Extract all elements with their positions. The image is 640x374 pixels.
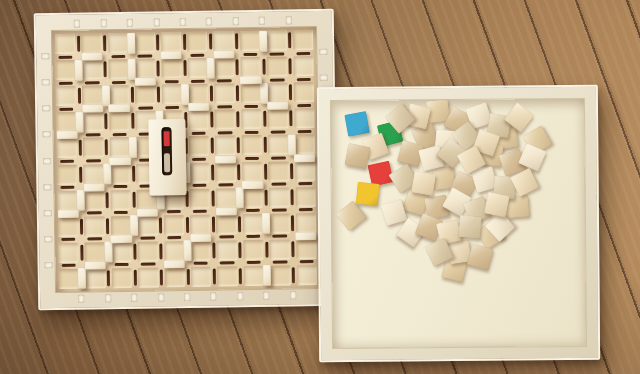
wall-slot[interactable] xyxy=(61,238,75,241)
wall-slot[interactable] xyxy=(103,35,106,51)
maze-cell xyxy=(240,31,261,51)
maze-cell xyxy=(83,164,104,184)
wall-piece[interactable] xyxy=(134,78,156,86)
wood-tile[interactable] xyxy=(484,192,510,218)
wall-slot[interactable] xyxy=(132,191,135,207)
wall-slot[interactable] xyxy=(114,263,128,266)
maze-cell xyxy=(111,216,132,236)
wall-piece[interactable] xyxy=(260,82,268,103)
maze-cell xyxy=(215,110,236,130)
wall-piece[interactable] xyxy=(129,137,137,158)
wall-slot[interactable] xyxy=(131,87,134,103)
wall-slot[interactable] xyxy=(211,190,214,206)
maze-cell xyxy=(111,242,132,262)
maze-cell xyxy=(135,59,156,79)
wall-slot[interactable] xyxy=(165,106,179,109)
wall-piece[interactable] xyxy=(102,85,110,106)
frame-notch xyxy=(285,16,291,24)
maze-cell xyxy=(161,58,182,78)
wall-slot[interactable] xyxy=(236,85,239,101)
frame-notch xyxy=(206,18,212,26)
maze-cell xyxy=(164,241,185,261)
wall-slot[interactable] xyxy=(156,34,159,50)
wall-piece[interactable] xyxy=(82,105,104,113)
maze-cell xyxy=(81,33,102,53)
wall-slot[interactable] xyxy=(244,131,258,134)
wall-slot[interactable] xyxy=(211,164,214,180)
maze-cell xyxy=(59,269,80,289)
frame-notch xyxy=(42,105,50,111)
maze-cell xyxy=(163,215,184,235)
frame-notch xyxy=(127,19,133,27)
frame-notch xyxy=(43,184,51,190)
wall-slot[interactable] xyxy=(183,34,186,50)
frame-notch xyxy=(319,49,327,55)
wall-piece[interactable] xyxy=(109,156,131,164)
wall-slot[interactable] xyxy=(288,32,291,48)
maze-cell xyxy=(55,60,76,80)
maze-cell xyxy=(56,112,77,132)
wall-slot[interactable] xyxy=(212,242,215,258)
wall-slot[interactable] xyxy=(79,166,82,182)
maze-cell xyxy=(241,83,262,103)
wall-slot[interactable] xyxy=(78,88,81,104)
maze-cell xyxy=(242,187,263,207)
maze-cell xyxy=(215,162,236,182)
wall-piece[interactable] xyxy=(190,233,212,241)
yellow-tile[interactable] xyxy=(356,181,380,205)
wall-slot[interactable] xyxy=(298,182,312,185)
maze-cell xyxy=(82,85,103,105)
wall-slot[interactable] xyxy=(80,244,83,260)
maze-cell xyxy=(85,268,106,288)
maze-cell xyxy=(190,214,211,234)
wood-tile[interactable] xyxy=(466,243,493,270)
wall-slot[interactable] xyxy=(289,58,292,74)
maze-cell xyxy=(110,163,131,183)
frame-notch xyxy=(41,53,49,59)
wall-slot[interactable] xyxy=(273,261,287,264)
wall-slot[interactable] xyxy=(244,105,258,108)
wall-slot[interactable] xyxy=(191,79,205,82)
wall-piece[interactable] xyxy=(127,32,135,53)
wall-slot[interactable] xyxy=(166,210,180,213)
wall-slot[interactable] xyxy=(105,114,108,130)
frame-notch xyxy=(43,158,51,164)
maze-cell xyxy=(55,34,76,54)
wall-piece[interactable] xyxy=(104,241,112,262)
maze-cell xyxy=(161,32,182,52)
wall-slot[interactable] xyxy=(263,137,266,153)
wall-piece[interactable] xyxy=(76,111,84,132)
maze-cell xyxy=(217,266,238,286)
tray-base xyxy=(330,98,587,349)
maze-cell xyxy=(214,83,235,103)
wall-slot[interactable] xyxy=(85,81,99,84)
maze-cell xyxy=(293,30,314,50)
wall-slot[interactable] xyxy=(265,242,268,258)
wall-slot[interactable] xyxy=(290,163,293,179)
wood-tile[interactable] xyxy=(411,170,436,195)
maze-cell xyxy=(217,240,238,260)
maze-cell xyxy=(293,56,314,76)
wall-slot[interactable] xyxy=(105,140,108,156)
maze-cell xyxy=(243,213,264,233)
wall-slot[interactable] xyxy=(183,60,186,76)
frame-notch xyxy=(290,291,296,299)
wall-slot[interactable] xyxy=(217,79,231,82)
maze-cell xyxy=(243,266,264,286)
maze-cell xyxy=(135,85,156,105)
wall-piece[interactable] xyxy=(57,209,79,217)
wall-slot[interactable] xyxy=(291,215,294,231)
wall-piece[interactable] xyxy=(295,232,317,240)
maze-cell xyxy=(83,138,104,158)
wall-piece[interactable] xyxy=(263,265,271,286)
wall-slot[interactable] xyxy=(159,243,162,259)
wall-slot[interactable] xyxy=(87,212,101,215)
wall-slot[interactable] xyxy=(291,241,294,257)
wall-piece[interactable] xyxy=(207,57,215,78)
wall-slot[interactable] xyxy=(132,165,135,181)
maze-cell xyxy=(187,58,208,78)
wall-piece[interactable] xyxy=(81,52,103,60)
maze-cell xyxy=(188,84,209,104)
frame-notch xyxy=(43,132,51,138)
maze-cell xyxy=(267,109,288,129)
wall-slot[interactable] xyxy=(291,189,294,205)
wall-piece[interactable] xyxy=(213,50,235,58)
maze-cell xyxy=(296,265,317,285)
frame-notch xyxy=(158,293,164,301)
maze-cell xyxy=(268,161,289,181)
maze-cell xyxy=(189,188,210,208)
wall-slot[interactable] xyxy=(297,130,311,133)
maze-cell xyxy=(57,164,78,184)
maze-cell xyxy=(293,82,314,102)
wall-slot[interactable] xyxy=(58,55,72,58)
frame-notch xyxy=(101,19,107,27)
wall-slot[interactable] xyxy=(245,157,259,160)
frame-notch xyxy=(42,79,50,85)
wall-slot[interactable] xyxy=(298,208,312,211)
wall-slot[interactable] xyxy=(272,235,286,238)
wall-piece[interactable] xyxy=(183,240,191,261)
maze-cell xyxy=(108,59,129,79)
goal-tower[interactable] xyxy=(148,119,186,196)
wall-slot[interactable] xyxy=(239,268,242,284)
wall-piece[interactable] xyxy=(130,215,138,236)
wall-slot[interactable] xyxy=(264,163,267,179)
wall-slot[interactable] xyxy=(60,160,74,163)
wall-piece[interactable] xyxy=(83,183,105,191)
frame-notch xyxy=(233,17,239,25)
wood-tile[interactable] xyxy=(335,200,366,231)
scene xyxy=(0,0,640,374)
wall-slot[interactable] xyxy=(237,111,240,127)
wall-slot[interactable] xyxy=(289,85,292,101)
maze-cell xyxy=(216,188,237,208)
wall-slot[interactable] xyxy=(192,132,206,135)
wall-piece[interactable] xyxy=(128,58,136,79)
wall-slot[interactable] xyxy=(186,269,189,285)
wall-slot[interactable] xyxy=(246,209,260,212)
tile-tray xyxy=(317,85,600,362)
blue-tile[interactable] xyxy=(344,111,370,137)
maze-cell xyxy=(190,240,211,260)
wall-slot[interactable] xyxy=(79,140,82,156)
wall-slot[interactable] xyxy=(297,104,311,107)
maze-cell xyxy=(161,84,182,104)
maze-cell xyxy=(109,85,130,105)
wall-piece[interactable] xyxy=(294,153,316,161)
maze-cell xyxy=(188,110,209,130)
wall-piece[interactable] xyxy=(110,235,132,243)
wall-slot[interactable] xyxy=(59,108,73,111)
wall-slot[interactable] xyxy=(264,189,267,205)
maze-cell xyxy=(266,30,287,50)
wall-slot[interactable] xyxy=(220,262,234,265)
maze-cell xyxy=(57,190,78,210)
maze-cell xyxy=(296,239,317,259)
wall-piece[interactable] xyxy=(56,131,78,139)
frame-notch xyxy=(45,262,53,268)
wall-slot[interactable] xyxy=(299,260,313,263)
wall-piece[interactable] xyxy=(160,51,182,59)
wood-tile[interactable] xyxy=(345,143,371,169)
wall-slot[interactable] xyxy=(243,52,257,55)
maze-cell xyxy=(109,137,130,157)
wall-slot[interactable] xyxy=(159,217,162,233)
maze-cell xyxy=(83,112,104,132)
maze-cell xyxy=(295,187,316,207)
maze-cell xyxy=(57,138,78,158)
wall-slot[interactable] xyxy=(192,184,206,187)
wall-slot[interactable] xyxy=(210,112,213,128)
wall-slot[interactable] xyxy=(160,269,163,285)
maze-cell xyxy=(111,268,132,288)
frame-notch xyxy=(79,295,85,303)
wall-slot[interactable] xyxy=(262,59,265,75)
maze-cell xyxy=(84,216,105,236)
maze-cell xyxy=(137,241,158,261)
maze-cell xyxy=(134,32,155,52)
wall-slot[interactable] xyxy=(62,264,76,267)
frame-notch xyxy=(320,75,328,81)
maze-cell xyxy=(138,267,159,287)
wall-slot[interactable] xyxy=(106,192,109,208)
frame-notch xyxy=(44,210,52,216)
maze-cell xyxy=(56,86,77,106)
wall-slot[interactable] xyxy=(86,159,100,162)
wall-slot[interactable] xyxy=(246,235,260,238)
wall-slot[interactable] xyxy=(167,236,181,239)
red-marker xyxy=(164,131,170,146)
wall-piece[interactable] xyxy=(181,84,189,105)
maze-cell xyxy=(58,216,79,236)
wall-slot[interactable] xyxy=(86,133,100,136)
wall-slot[interactable] xyxy=(141,263,155,266)
wall-slot[interactable] xyxy=(185,217,188,233)
wall-piece[interactable] xyxy=(262,213,270,234)
wall-slot[interactable] xyxy=(237,164,240,180)
maze-cell xyxy=(270,265,291,285)
maze-cell xyxy=(164,267,185,287)
wall-slot[interactable] xyxy=(212,216,215,232)
maze-cell xyxy=(110,189,131,209)
wall-piece[interactable] xyxy=(164,260,186,268)
frame-notch xyxy=(74,20,80,28)
maze-cell xyxy=(241,135,262,155)
maze-cell xyxy=(189,162,210,182)
maze-cell xyxy=(137,215,158,235)
wall-slot[interactable] xyxy=(138,106,152,109)
wall-slot[interactable] xyxy=(239,242,242,258)
wall-piece[interactable] xyxy=(235,187,243,208)
wall-piece[interactable] xyxy=(188,103,210,111)
wall-piece[interactable] xyxy=(240,76,262,84)
wall-slot[interactable] xyxy=(131,113,134,129)
wall-slot[interactable] xyxy=(107,270,110,286)
maze-cell xyxy=(294,108,315,128)
wall-slot[interactable] xyxy=(111,55,125,58)
maze-cell xyxy=(269,187,290,207)
maze-cell xyxy=(269,213,290,233)
wall-slot[interactable] xyxy=(209,34,212,50)
wall-piece[interactable] xyxy=(103,163,111,184)
wall-slot[interactable] xyxy=(270,52,284,55)
frame-notch xyxy=(237,292,243,300)
wall-slot[interactable] xyxy=(112,133,126,136)
wall-slot[interactable] xyxy=(218,131,232,134)
wall-piece[interactable] xyxy=(242,180,264,188)
wall-slot[interactable] xyxy=(218,105,232,108)
maze-cell xyxy=(82,59,103,79)
wall-slot[interactable] xyxy=(114,211,128,214)
wall-piece[interactable] xyxy=(78,268,86,289)
wall-piece[interactable] xyxy=(259,30,267,51)
wall-slot[interactable] xyxy=(157,60,160,76)
maze-cell xyxy=(243,240,264,260)
maze-cell xyxy=(215,136,236,156)
wall-slot[interactable] xyxy=(80,218,83,234)
frame-notch xyxy=(259,17,265,25)
maze-cell xyxy=(267,83,288,103)
wall-slot[interactable] xyxy=(263,111,266,127)
maze-cell xyxy=(294,134,315,154)
frame-notch xyxy=(153,18,159,26)
wall-slot[interactable] xyxy=(88,238,102,241)
wall-slot[interactable] xyxy=(220,236,234,239)
wall-slot[interactable] xyxy=(238,216,241,232)
wall-slot[interactable] xyxy=(213,268,216,284)
wall-slot[interactable] xyxy=(112,81,126,84)
wall-slot[interactable] xyxy=(235,33,238,49)
tower-slot-light xyxy=(164,153,170,172)
maze-cell xyxy=(58,242,79,262)
wall-slot[interactable] xyxy=(272,183,286,186)
wall-slot[interactable] xyxy=(246,261,260,264)
maze-cell xyxy=(295,160,316,180)
wall-piece[interactable] xyxy=(287,134,295,155)
wall-slot[interactable] xyxy=(211,138,214,154)
wall-slot[interactable] xyxy=(113,185,127,188)
wall-slot[interactable] xyxy=(59,81,73,84)
wall-slot[interactable] xyxy=(106,218,109,234)
maze-cell xyxy=(216,214,237,234)
wall-piece[interactable] xyxy=(84,261,106,269)
wall-piece[interactable] xyxy=(215,155,237,163)
wall-piece[interactable] xyxy=(136,208,158,216)
wall-slot[interactable] xyxy=(292,267,295,283)
maze-cell xyxy=(187,32,208,52)
maze-cell xyxy=(108,33,129,53)
wall-slot[interactable] xyxy=(164,80,178,83)
maze-cell xyxy=(189,136,210,156)
frame-notch xyxy=(44,236,52,242)
wall-slot[interactable] xyxy=(237,138,240,154)
wall-slot[interactable] xyxy=(296,78,310,81)
wall-slot[interactable] xyxy=(272,209,286,212)
wall-slot[interactable] xyxy=(236,59,239,75)
wall-slot[interactable] xyxy=(271,130,285,133)
wall-slot[interactable] xyxy=(77,36,80,52)
wall-piece[interactable] xyxy=(108,104,130,112)
wall-slot[interactable] xyxy=(210,86,213,102)
maze-cell xyxy=(109,111,130,131)
wall-slot[interactable] xyxy=(60,186,74,189)
wall-slot[interactable] xyxy=(270,78,284,81)
wall-slot[interactable] xyxy=(271,156,285,159)
wall-slot[interactable] xyxy=(140,237,154,240)
maze-cell xyxy=(214,57,235,77)
maze-grid xyxy=(51,26,321,293)
wall-slot[interactable] xyxy=(133,244,136,260)
maze-board xyxy=(34,9,339,311)
maze-cell xyxy=(295,213,316,233)
maze-cell xyxy=(213,31,234,51)
maze-cell xyxy=(85,242,106,262)
maze-cell xyxy=(241,109,262,129)
frame-notch xyxy=(180,18,186,26)
maze-cell xyxy=(242,161,263,181)
wall-slot[interactable] xyxy=(193,210,207,213)
frame-notch xyxy=(263,292,269,300)
maze-cell xyxy=(267,56,288,76)
wall-slot[interactable] xyxy=(194,262,208,265)
wood-tile[interactable] xyxy=(458,215,482,239)
wall-slot[interactable] xyxy=(219,183,233,186)
wall-slot[interactable] xyxy=(289,111,292,127)
wall-piece[interactable] xyxy=(75,59,83,80)
frame-notch xyxy=(210,293,216,301)
wall-slot[interactable] xyxy=(138,54,152,57)
maze-cell xyxy=(191,267,212,287)
frame-notch xyxy=(184,293,190,301)
maze-cell xyxy=(268,135,289,155)
wall-slot[interactable] xyxy=(133,270,136,286)
wall-slot[interactable] xyxy=(192,158,206,161)
wall-slot[interactable] xyxy=(104,61,107,77)
wall-piece[interactable] xyxy=(267,102,289,110)
maze-cell xyxy=(269,239,290,259)
wall-slot[interactable] xyxy=(157,87,160,103)
wall-slot[interactable] xyxy=(190,53,204,56)
wall-piece[interactable] xyxy=(216,207,238,215)
maze-cell xyxy=(240,57,261,77)
wall-piece[interactable] xyxy=(77,190,85,211)
wall-slot[interactable] xyxy=(296,52,310,55)
